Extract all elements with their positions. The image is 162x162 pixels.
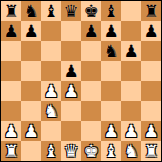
square-d6[interactable] [61, 41, 81, 61]
square-a3[interactable] [1, 101, 21, 121]
square-a1[interactable]: ♜ [1, 141, 21, 161]
square-c6[interactable] [41, 41, 61, 61]
piece-white-pawn[interactable]: ♟ [103, 121, 118, 141]
square-e2[interactable] [81, 121, 101, 141]
square-h1[interactable]: ♜ [141, 141, 161, 161]
piece-black-bishop[interactable]: ♝ [43, 1, 58, 21]
square-f8[interactable]: ♝ [101, 1, 121, 21]
square-f1[interactable]: ♝ [101, 141, 121, 161]
piece-black-bishop[interactable]: ♝ [103, 1, 118, 21]
piece-black-knight[interactable]: ♞ [103, 41, 118, 61]
piece-white-king[interactable]: ♚ [83, 141, 98, 161]
piece-white-bishop[interactable]: ♝ [43, 141, 58, 161]
square-a5[interactable] [1, 61, 21, 81]
square-c8[interactable]: ♝ [41, 1, 61, 21]
piece-black-knight[interactable]: ♞ [23, 1, 38, 21]
square-d1[interactable]: ♛ [61, 141, 81, 161]
piece-white-pawn[interactable]: ♟ [23, 121, 38, 141]
piece-white-pawn[interactable]: ♟ [143, 121, 158, 141]
square-e6[interactable] [81, 41, 101, 61]
piece-white-queen[interactable]: ♛ [63, 141, 78, 161]
square-c1[interactable]: ♝ [41, 141, 61, 161]
square-b1[interactable] [21, 141, 41, 161]
square-d4[interactable]: ♟ [61, 81, 81, 101]
piece-black-pawn[interactable]: ♟ [143, 21, 158, 41]
square-f2[interactable]: ♟ [101, 121, 121, 141]
piece-white-rook[interactable]: ♜ [3, 141, 18, 161]
piece-white-pawn[interactable]: ♟ [43, 81, 58, 101]
square-g2[interactable]: ♟ [121, 121, 141, 141]
piece-white-pawn[interactable]: ♟ [3, 121, 18, 141]
square-h7[interactable]: ♟ [141, 21, 161, 41]
square-g5[interactable] [121, 61, 141, 81]
piece-black-queen[interactable]: ♛ [63, 1, 78, 21]
piece-black-king[interactable]: ♚ [83, 1, 98, 21]
square-d3[interactable] [61, 101, 81, 121]
square-h5[interactable] [141, 61, 161, 81]
square-b2[interactable]: ♟ [21, 121, 41, 141]
square-e4[interactable] [81, 81, 101, 101]
piece-black-rook[interactable]: ♜ [3, 1, 18, 21]
piece-white-rook[interactable]: ♜ [143, 141, 158, 161]
square-h2[interactable]: ♟ [141, 121, 161, 141]
square-f4[interactable] [101, 81, 121, 101]
square-h6[interactable] [141, 41, 161, 61]
piece-white-pawn[interactable]: ♟ [63, 81, 78, 101]
square-g7[interactable] [121, 21, 141, 41]
square-b7[interactable]: ♟ [21, 21, 41, 41]
square-e3[interactable] [81, 101, 101, 121]
square-b8[interactable]: ♞ [21, 1, 41, 21]
square-d5[interactable]: ♟ [61, 61, 81, 81]
piece-white-bishop[interactable]: ♝ [103, 141, 118, 161]
square-e8[interactable]: ♚ [81, 1, 101, 21]
chess-board-wrap: ♜♞♝♛♚♝♜♟♟♟♟♟♞♟♟♟♟♞♟♟♟♟♟♜♝♛♚♝♞♜ [0, 0, 162, 162]
square-h8[interactable]: ♜ [141, 1, 161, 21]
square-a6[interactable] [1, 41, 21, 61]
square-f5[interactable] [101, 61, 121, 81]
square-h4[interactable] [141, 81, 161, 101]
piece-black-pawn[interactable]: ♟ [103, 21, 118, 41]
square-c7[interactable] [41, 21, 61, 41]
piece-black-pawn[interactable]: ♟ [3, 21, 18, 41]
piece-black-pawn[interactable]: ♟ [63, 61, 78, 81]
square-g3[interactable] [121, 101, 141, 121]
chess-board: ♜♞♝♛♚♝♜♟♟♟♟♟♞♟♟♟♟♞♟♟♟♟♟♜♝♛♚♝♞♜ [0, 0, 162, 162]
square-b4[interactable] [21, 81, 41, 101]
square-g6[interactable]: ♟ [121, 41, 141, 61]
piece-white-pawn[interactable]: ♟ [123, 121, 138, 141]
piece-white-knight[interactable]: ♞ [43, 101, 58, 121]
square-g1[interactable]: ♞ [121, 141, 141, 161]
square-e1[interactable]: ♚ [81, 141, 101, 161]
square-d2[interactable] [61, 121, 81, 141]
square-a2[interactable]: ♟ [1, 121, 21, 141]
square-h3[interactable] [141, 101, 161, 121]
square-g8[interactable] [121, 1, 141, 21]
piece-white-knight[interactable]: ♞ [123, 141, 138, 161]
piece-black-pawn[interactable]: ♟ [123, 41, 138, 61]
piece-black-pawn[interactable]: ♟ [23, 21, 38, 41]
square-d7[interactable] [61, 21, 81, 41]
square-b3[interactable] [21, 101, 41, 121]
square-e5[interactable] [81, 61, 101, 81]
square-f6[interactable]: ♞ [101, 41, 121, 61]
square-d8[interactable]: ♛ [61, 1, 81, 21]
square-g4[interactable] [121, 81, 141, 101]
square-e7[interactable]: ♟ [81, 21, 101, 41]
square-f3[interactable] [101, 101, 121, 121]
square-a4[interactable] [1, 81, 21, 101]
square-f7[interactable]: ♟ [101, 21, 121, 41]
square-c3[interactable]: ♞ [41, 101, 61, 121]
square-c5[interactable] [41, 61, 61, 81]
square-b5[interactable] [21, 61, 41, 81]
piece-black-pawn[interactable]: ♟ [83, 21, 98, 41]
square-a8[interactable]: ♜ [1, 1, 21, 21]
square-c4[interactable]: ♟ [41, 81, 61, 101]
square-a7[interactable]: ♟ [1, 21, 21, 41]
piece-black-rook[interactable]: ♜ [143, 1, 158, 21]
square-c2[interactable] [41, 121, 61, 141]
square-b6[interactable] [21, 41, 41, 61]
